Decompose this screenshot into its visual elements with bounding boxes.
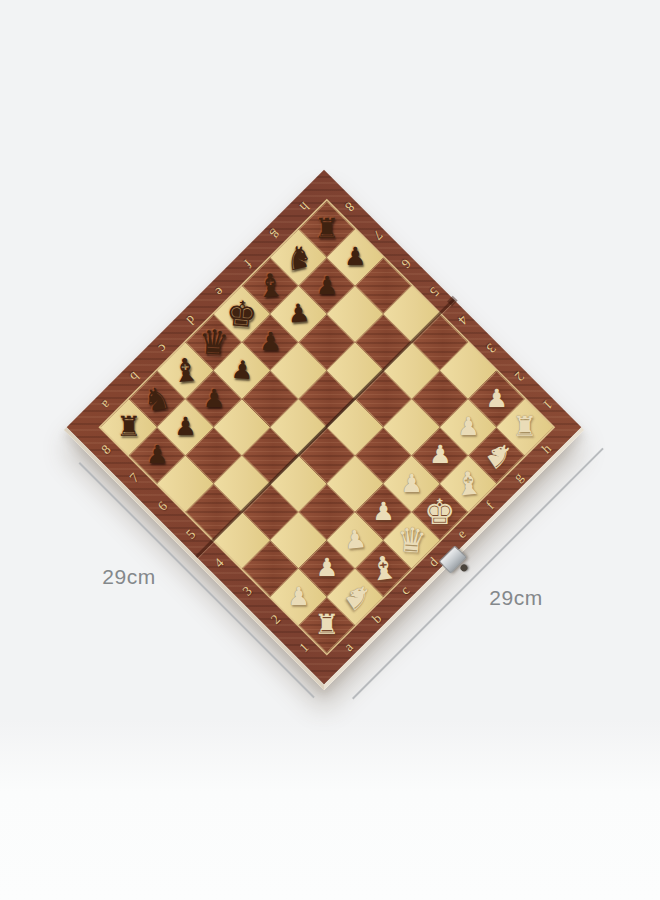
white-pawn-h2[interactable]: ♟ <box>485 379 507 419</box>
white-bishop-f1[interactable]: ♝ <box>452 463 484 505</box>
white-pawn-c2[interactable]: ♟ <box>342 519 368 561</box>
white-pawn-a2[interactable]: ♟ <box>287 577 309 617</box>
black-rook-a8[interactable]: ♜ <box>116 407 141 447</box>
chess-board-rotated: abcdefgh abcdefgh 87654321 87654321 ♜♞♝♛… <box>64 170 584 690</box>
latch-pin <box>459 563 469 573</box>
white-king-e1[interactable]: ♚ <box>424 492 455 532</box>
black-pawn-d7[interactable]: ♟ <box>229 350 254 391</box>
white-pawn-d2[interactable]: ♟ <box>372 492 394 532</box>
dimension-label-left: 29cm <box>90 565 168 589</box>
white-pawn-b2[interactable]: ♟ <box>316 549 338 589</box>
product-photo-stage: abcdefgh abcdefgh 87654321 87654321 ♜♞♝♛… <box>0 0 660 900</box>
black-rook-h8[interactable]: ♜ <box>314 209 339 249</box>
white-pawn-g2[interactable]: ♟ <box>457 407 479 447</box>
black-pawn-g7[interactable]: ♟ <box>316 266 338 306</box>
black-pawn-b7[interactable]: ♟ <box>174 407 196 447</box>
dimension-label-right: 29cm <box>477 586 555 610</box>
black-bishop-f8[interactable]: ♝ <box>255 265 286 307</box>
black-pawn-h7[interactable]: ♟ <box>344 237 366 277</box>
board-border: abcdefgh abcdefgh 87654321 87654321 ♜♞♝♛… <box>64 170 584 690</box>
white-pawn-f2[interactable]: ♟ <box>429 435 451 475</box>
white-rook-a1[interactable]: ♜ <box>314 605 339 645</box>
white-rook-h1[interactable]: ♜ <box>512 407 537 447</box>
black-pawn-c7[interactable]: ♟ <box>202 379 224 419</box>
black-pawn-f7[interactable]: ♟ <box>286 293 312 335</box>
black-pawn-e7[interactable]: ♟ <box>259 322 281 362</box>
white-pawn-e2[interactable]: ♟ <box>400 464 422 504</box>
black-pawn-a7[interactable]: ♟ <box>146 435 168 475</box>
